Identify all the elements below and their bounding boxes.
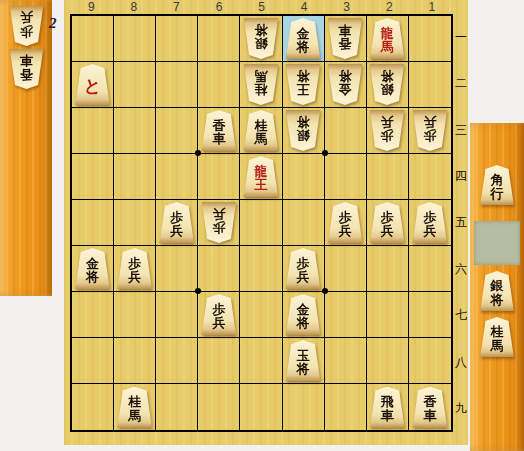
square-2-7[interactable] — [367, 292, 409, 338]
square-8-3[interactable] — [114, 108, 156, 154]
file-label-9: 9 — [70, 0, 113, 14]
piece-kanji: 王 — [297, 83, 310, 97]
square-1-2[interactable] — [409, 62, 451, 108]
square-8-7[interactable] — [114, 292, 156, 338]
square-2-6[interactable] — [367, 246, 409, 292]
square-2-8[interactable] — [367, 338, 409, 384]
piece-kanji: 兵 — [212, 316, 225, 330]
square-7-3[interactable] — [156, 108, 198, 154]
piece-pawn-sente[interactable]: 歩兵 — [117, 248, 153, 289]
rank-labels: 一二三四五六七八九 — [454, 14, 468, 432]
piece-kanji: 将 — [491, 293, 504, 307]
piece-kanji: 歩 — [212, 303, 225, 317]
file-label-3: 3 — [325, 0, 368, 14]
piece-gold-sente[interactable]: 金将 — [285, 294, 321, 335]
piece-kanji: 兵 — [423, 224, 436, 238]
piece-pawn-sente[interactable]: 歩兵 — [201, 294, 237, 335]
piece-kanji: 銀 — [254, 37, 267, 51]
square-3-8[interactable] — [325, 338, 367, 384]
square-3-4[interactable] — [325, 154, 367, 200]
square-7-7[interactable] — [156, 292, 198, 338]
piece-kanji: 馬 — [381, 40, 394, 54]
square-4-9[interactable] — [283, 384, 325, 430]
square-4-1[interactable]: 金将 — [283, 16, 325, 62]
square-6-6[interactable] — [198, 246, 240, 292]
piece-kanji: 歩 — [20, 25, 33, 39]
square-8-1[interactable] — [114, 16, 156, 62]
piece-kanji: 車 — [212, 132, 225, 146]
square-9-9[interactable] — [72, 384, 114, 430]
square-1-5[interactable]: 歩兵 — [409, 200, 451, 246]
piece-kanji: 金 — [339, 83, 352, 97]
square-9-6[interactable]: 金将 — [72, 246, 114, 292]
piece-kanji: 将 — [381, 70, 394, 84]
square-1-3[interactable]: 歩兵 — [409, 108, 451, 154]
square-5-2[interactable]: 桂馬 — [240, 62, 282, 108]
square-5-6[interactable] — [240, 246, 282, 292]
piece-kanji: 将 — [297, 116, 310, 130]
star-point — [322, 288, 328, 294]
square-5-7[interactable] — [240, 292, 282, 338]
square-1-1[interactable] — [409, 16, 451, 62]
square-9-4[interactable] — [72, 154, 114, 200]
square-4-6[interactable]: 歩兵 — [283, 246, 325, 292]
square-4-2[interactable]: 王将 — [283, 62, 325, 108]
rank-label-9: 九 — [454, 386, 468, 432]
piece-kanji: 角 — [491, 173, 504, 187]
piece-kanji: 歩 — [381, 211, 394, 225]
piece-kanji: 兵 — [20, 11, 33, 25]
square-9-2[interactable]: と — [72, 62, 114, 108]
square-3-5[interactable]: 歩兵 — [325, 200, 367, 246]
piece-kanji: 銀 — [381, 83, 394, 97]
square-3-9[interactable] — [325, 384, 367, 430]
square-5-3[interactable]: 桂馬 — [240, 108, 282, 154]
file-label-6: 6 — [198, 0, 241, 14]
piece-gold-gote[interactable]: 金将 — [327, 64, 363, 105]
square-1-8[interactable] — [409, 338, 451, 384]
rank-label-7: 七 — [454, 293, 468, 339]
piece-kanji: 将 — [297, 362, 310, 376]
file-label-8: 8 — [113, 0, 156, 14]
piece-promoted-bishop-sente[interactable]: 龍馬 — [369, 18, 405, 59]
piece-kanji: 歩 — [297, 257, 310, 271]
piece-pawn-gote[interactable]: 歩兵 — [412, 110, 448, 151]
square-6-2[interactable] — [198, 62, 240, 108]
square-1-7[interactable] — [409, 292, 451, 338]
square-1-9[interactable]: 香車 — [409, 384, 451, 430]
piece-pawn-sente[interactable]: 歩兵 — [285, 248, 321, 289]
square-4-3[interactable]: 銀将 — [283, 108, 325, 154]
shogi-board: 987654321 一二三四五六七八九 銀将金将香車龍馬と桂馬王将金将銀将香車桂… — [64, 0, 468, 445]
square-8-6[interactable]: 歩兵 — [114, 246, 156, 292]
piece-pawn-sente[interactable]: 歩兵 — [159, 202, 195, 243]
piece-kanji: 香 — [423, 395, 436, 409]
square-5-4[interactable]: 龍王 — [240, 154, 282, 200]
piece-kanji: 将 — [297, 70, 310, 84]
file-label-2: 2 — [368, 0, 411, 14]
piece-kanji: 車 — [339, 24, 352, 38]
piece-knight-sente[interactable]: 桂馬 — [117, 387, 153, 428]
rank-label-4: 四 — [454, 153, 468, 199]
piece-tokin-sente[interactable]: と — [75, 64, 111, 105]
piece-kanji: 王 — [254, 178, 267, 192]
square-4-4[interactable] — [283, 154, 325, 200]
square-7-1[interactable] — [156, 16, 198, 62]
piece-king-gote[interactable]: 王将 — [285, 64, 321, 105]
square-7-9[interactable] — [156, 384, 198, 430]
piece-kanji: 龍 — [254, 165, 267, 179]
piece-kanji: 兵 — [128, 270, 141, 284]
gote-pawn-count: 2 — [49, 15, 57, 32]
square-3-3[interactable] — [325, 108, 367, 154]
piece-kanji: 将 — [86, 270, 99, 284]
piece-kanji: 桂 — [128, 395, 141, 409]
piece-kanji: 銀 — [491, 279, 504, 293]
piece-kanji: 兵 — [381, 224, 394, 238]
piece-kanji: 歩 — [423, 211, 436, 225]
piece-lance-gote[interactable]: 香車 — [327, 18, 363, 59]
file-label-7: 7 — [155, 0, 198, 14]
square-4-8[interactable]: 玉将 — [283, 338, 325, 384]
square-2-2[interactable]: 銀将 — [367, 62, 409, 108]
piece-kanji: 馬 — [254, 132, 267, 146]
square-4-5[interactable] — [283, 200, 325, 246]
piece-kanji: 兵 — [381, 116, 394, 130]
piece-kanji: 香 — [20, 68, 33, 82]
piece-kanji: 兵 — [297, 270, 310, 284]
piece-pawn-sente[interactable]: 歩兵 — [327, 202, 363, 243]
rank-label-3: 三 — [454, 107, 468, 153]
square-6-8[interactable] — [198, 338, 240, 384]
square-3-6[interactable] — [325, 246, 367, 292]
piece-kanji: 将 — [339, 70, 352, 84]
square-8-4[interactable] — [114, 154, 156, 200]
square-6-7[interactable]: 歩兵 — [198, 292, 240, 338]
piece-kanji: 馬 — [491, 339, 504, 353]
square-2-4[interactable] — [367, 154, 409, 200]
piece-lance-gote[interactable]: 香車 — [9, 49, 44, 89]
square-9-7[interactable] — [72, 292, 114, 338]
square-6-3[interactable]: 香車 — [198, 108, 240, 154]
rank-label-8: 八 — [454, 339, 468, 385]
piece-kanji: 歩 — [381, 129, 394, 143]
piece-pawn-sente[interactable]: 歩兵 — [412, 202, 448, 243]
square-3-7[interactable] — [325, 292, 367, 338]
square-7-2[interactable] — [156, 62, 198, 108]
square-5-5[interactable] — [240, 200, 282, 246]
piece-pawn-sente[interactable]: 歩兵 — [369, 202, 405, 243]
piece-kanji: 歩 — [423, 129, 436, 143]
piece-rook-sente[interactable]: 飛車 — [369, 387, 405, 428]
hand-slot-highlight[interactable] — [474, 221, 520, 265]
file-label-4: 4 — [283, 0, 326, 14]
piece-kanji: 将 — [254, 24, 267, 38]
square-2-9[interactable]: 飛車 — [367, 384, 409, 430]
file-label-1: 1 — [411, 0, 454, 14]
piece-kanji: 兵 — [423, 116, 436, 130]
square-5-1[interactable]: 銀将 — [240, 16, 282, 62]
piece-silver-gote[interactable]: 銀将 — [369, 64, 405, 105]
piece-kanji: 桂 — [491, 325, 504, 339]
piece-kanji: 将 — [297, 316, 310, 330]
piece-pawn-gote[interactable]: 歩兵 — [201, 202, 237, 243]
square-3-2[interactable]: 金将 — [325, 62, 367, 108]
piece-kanji: 銀 — [297, 129, 310, 143]
square-8-5[interactable] — [114, 200, 156, 246]
square-9-1[interactable] — [72, 16, 114, 62]
square-3-1[interactable]: 香車 — [325, 16, 367, 62]
square-8-2[interactable] — [114, 62, 156, 108]
piece-pawn-gote[interactable]: 歩兵 — [369, 110, 405, 151]
piece-silver-sente[interactable]: 銀将 — [480, 271, 515, 311]
square-7-4[interactable] — [156, 154, 198, 200]
piece-kanji: 将 — [297, 40, 310, 54]
square-8-9[interactable]: 桂馬 — [114, 384, 156, 430]
piece-kanji: 馬 — [254, 70, 267, 84]
rank-label-5: 五 — [454, 200, 468, 246]
square-4-7[interactable]: 金将 — [283, 292, 325, 338]
piece-kanji: 兵 — [339, 224, 352, 238]
piece-kanji: 兵 — [212, 208, 225, 222]
rank-label-2: 二 — [454, 60, 468, 106]
file-label-5: 5 — [240, 0, 283, 14]
piece-promoted-rook-sente[interactable]: 龍王 — [243, 156, 279, 197]
square-7-6[interactable] — [156, 246, 198, 292]
file-labels: 987654321 — [70, 0, 453, 14]
square-2-1[interactable]: 龍馬 — [367, 16, 409, 62]
piece-kanji: 玉 — [297, 349, 310, 363]
board-grid: 銀将金将香車龍馬と桂馬王将金将銀将香車桂馬銀将歩兵歩兵龍王歩兵歩兵歩兵歩兵歩兵金… — [70, 14, 453, 432]
piece-kanji: 飛 — [381, 395, 394, 409]
piece-gold-sente[interactable]: 金将 — [285, 18, 321, 59]
piece-kanji: 馬 — [128, 409, 141, 423]
sente-captured-pieces-stand: 角行銀将桂馬 — [470, 123, 524, 451]
piece-knight-sente[interactable]: 桂馬 — [480, 317, 515, 357]
piece-kanji: と — [84, 77, 101, 95]
square-1-4[interactable] — [409, 154, 451, 200]
piece-kanji: 桂 — [254, 119, 267, 133]
piece-silver-gote[interactable]: 銀将 — [285, 110, 321, 151]
piece-lance-sente[interactable]: 香車 — [412, 387, 448, 428]
square-7-8[interactable] — [156, 338, 198, 384]
square-5-8[interactable] — [240, 338, 282, 384]
piece-kanji: 桂 — [254, 83, 267, 97]
square-9-8[interactable] — [72, 338, 114, 384]
piece-kanji: 車 — [423, 409, 436, 423]
piece-silver-gote[interactable]: 銀将 — [243, 18, 279, 59]
piece-pawn-gote[interactable]: 歩兵 — [9, 6, 44, 46]
piece-gold-sente[interactable]: 金将 — [75, 248, 111, 289]
piece-kanji: 香 — [339, 37, 352, 51]
piece-kanji: 金 — [297, 27, 310, 41]
piece-king-sente[interactable]: 玉将 — [285, 340, 321, 381]
piece-kanji: 香 — [212, 119, 225, 133]
square-6-9[interactable] — [198, 384, 240, 430]
square-7-5[interactable]: 歩兵 — [156, 200, 198, 246]
square-8-8[interactable] — [114, 338, 156, 384]
square-6-5[interactable]: 歩兵 — [198, 200, 240, 246]
piece-kanji: 行 — [491, 187, 504, 201]
star-point — [322, 150, 328, 156]
piece-kanji: 歩 — [128, 257, 141, 271]
piece-kanji: 車 — [20, 54, 33, 68]
piece-lance-sente[interactable]: 香車 — [201, 110, 237, 151]
square-6-4[interactable] — [198, 154, 240, 200]
piece-bishop-sente[interactable]: 角行 — [480, 165, 515, 205]
piece-kanji: 兵 — [170, 224, 183, 238]
rank-label-6: 六 — [454, 246, 468, 292]
gote-captured-pieces-stand: 歩兵2香車 — [0, 0, 52, 296]
square-6-1[interactable] — [198, 16, 240, 62]
piece-kanji: 龍 — [381, 27, 394, 41]
square-2-5[interactable]: 歩兵 — [367, 200, 409, 246]
piece-kanji: 金 — [86, 257, 99, 271]
square-5-9[interactable] — [240, 384, 282, 430]
square-1-6[interactable] — [409, 246, 451, 292]
piece-kanji: 歩 — [339, 211, 352, 225]
square-9-5[interactable] — [72, 200, 114, 246]
piece-knight-gote[interactable]: 桂馬 — [243, 64, 279, 105]
piece-kanji: 金 — [297, 303, 310, 317]
piece-knight-sente[interactable]: 桂馬 — [243, 110, 279, 151]
square-9-3[interactable] — [72, 108, 114, 154]
square-2-3[interactable]: 歩兵 — [367, 108, 409, 154]
rank-label-1: 一 — [454, 14, 468, 60]
piece-kanji: 歩 — [170, 211, 183, 225]
piece-kanji: 車 — [381, 409, 394, 423]
piece-kanji: 歩 — [212, 221, 225, 235]
